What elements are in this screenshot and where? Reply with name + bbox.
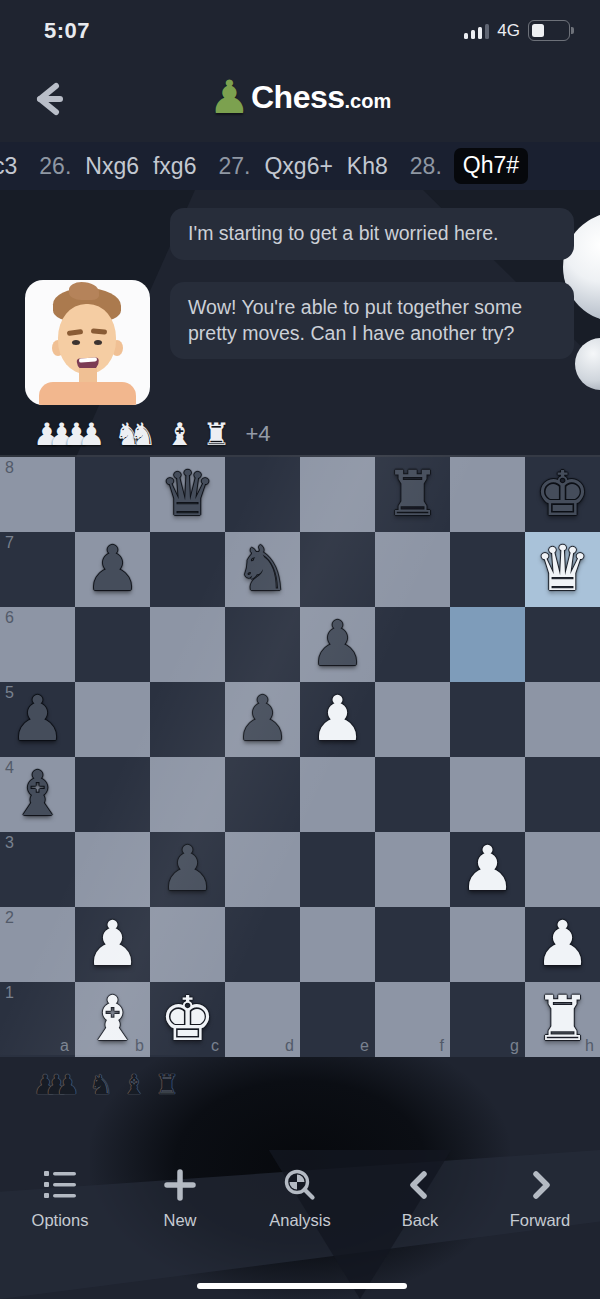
square-e7[interactable] <box>300 532 375 607</box>
chevron-right-icon <box>523 1168 557 1202</box>
file-label-a: a <box>60 1037 69 1055</box>
square-f7[interactable] <box>375 532 450 607</box>
square-f5[interactable] <box>375 682 450 757</box>
captured-knight-icon: ♞ <box>89 1068 113 1102</box>
square-e1[interactable]: e <box>300 982 375 1057</box>
square-e8[interactable] <box>300 457 375 532</box>
square-h7[interactable]: ♛ <box>525 532 600 607</box>
square-c1[interactable]: c♚ <box>150 982 225 1057</box>
square-c7[interactable] <box>150 532 225 607</box>
square-b6[interactable] <box>75 607 150 682</box>
move-number[interactable]: 26. <box>39 153 71 180</box>
square-h3[interactable] <box>525 832 600 907</box>
square-a6[interactable]: 6 <box>0 607 75 682</box>
square-d6[interactable] <box>225 607 300 682</box>
square-f4[interactable] <box>375 757 450 832</box>
chesscom-logo: ♟ Chess .com <box>0 68 600 126</box>
move-token[interactable]: Kh8 <box>347 153 388 180</box>
square-c8[interactable]: ♛ <box>150 457 225 532</box>
square-e5[interactable]: ♟ <box>300 682 375 757</box>
square-a1[interactable]: 1a <box>0 982 75 1057</box>
piece-white-pawn[interactable]: ♟ <box>300 682 375 757</box>
square-d3[interactable] <box>225 832 300 907</box>
captured-knight-icon: ♞ <box>129 416 157 452</box>
rank-label-5: 5 <box>5 684 14 702</box>
square-f2[interactable] <box>375 907 450 982</box>
move-list[interactable]: c326.Nxg6fxg627.Qxg6+Kh828.Qh7# <box>0 142 600 190</box>
forward-move-button[interactable]: Forward <box>480 1168 600 1230</box>
square-h4[interactable] <box>525 757 600 832</box>
square-a3[interactable]: 3 <box>0 832 75 907</box>
rank-label-8: 8 <box>5 459 14 477</box>
chat-message: Wow! You're able to put together some pr… <box>170 282 574 359</box>
file-label-c: c <box>211 1037 219 1055</box>
file-label-g: g <box>510 1037 519 1055</box>
square-g2[interactable] <box>450 907 525 982</box>
square-e2[interactable] <box>300 907 375 982</box>
piece-white-pawn[interactable]: ♟ <box>75 907 150 982</box>
square-h5[interactable] <box>525 682 600 757</box>
bottom-toolbar: Options New Analysis Back Forward <box>0 1168 600 1258</box>
square-d1[interactable]: d <box>225 982 300 1057</box>
back-move-button[interactable]: Back <box>360 1168 480 1230</box>
piece-white-pawn[interactable]: ♟ <box>525 907 600 982</box>
captured-rook-group: ♜ <box>155 1068 179 1102</box>
material-advantage: +4 <box>245 421 270 447</box>
square-d5[interactable]: ♟ <box>225 682 300 757</box>
captured-rook-icon: ♜ <box>203 416 231 452</box>
new-game-button[interactable]: New <box>120 1168 240 1230</box>
avatar-hair <box>69 282 99 300</box>
piece-black-rook[interactable]: ♜ <box>375 457 450 532</box>
captured-knight-group: ♞ <box>89 1068 113 1102</box>
piece-black-knight[interactable]: ♞ <box>225 532 300 607</box>
square-a7[interactable]: 7 <box>0 532 75 607</box>
square-b5[interactable] <box>75 682 150 757</box>
file-label-d: d <box>285 1037 294 1055</box>
piece-black-pawn[interactable]: ♟ <box>225 682 300 757</box>
square-g6[interactable] <box>450 607 525 682</box>
square-h8[interactable]: ♚ <box>525 457 600 532</box>
options-button[interactable]: Options <box>0 1168 120 1230</box>
square-c2[interactable] <box>150 907 225 982</box>
logo-tld-text: .com <box>345 90 392 113</box>
square-a8[interactable]: 8 <box>0 457 75 532</box>
square-g8[interactable] <box>450 457 525 532</box>
network-type-label: 4G <box>497 21 520 41</box>
piece-black-pawn[interactable]: ♟ <box>300 607 375 682</box>
captured-rook-icon: ♜ <box>155 1068 179 1102</box>
square-d8[interactable] <box>225 457 300 532</box>
captured-bishop-group: ♝ <box>122 1068 146 1102</box>
status-bar: 5:07 4G <box>0 0 600 60</box>
analysis-label: Analysis <box>269 1211 330 1230</box>
square-c4[interactable] <box>150 757 225 832</box>
captured-rook-group: ♜ <box>203 416 231 452</box>
home-indicator[interactable] <box>197 1283 407 1289</box>
square-g5[interactable] <box>450 682 525 757</box>
analysis-button[interactable]: Analysis <box>240 1168 360 1230</box>
square-d7[interactable]: ♞ <box>225 532 300 607</box>
square-b2[interactable]: ♟ <box>75 907 150 982</box>
square-g1[interactable]: g <box>450 982 525 1057</box>
logo-brand-text: Chess <box>251 79 345 116</box>
chess-board[interactable]: 8♛♜♚7♟♞♛6♟5♟♟♟4♝3♟♟2♟♟1ab♝c♚defgh♜ <box>0 455 600 1055</box>
new-label: New <box>163 1211 196 1230</box>
captured-bishop-group: ♝ <box>166 416 194 452</box>
current-move[interactable]: Qh7# <box>454 148 528 184</box>
rank-label-4: 4 <box>5 759 14 777</box>
captured-knight-group: ♞♞ <box>114 416 157 452</box>
file-label-e: e <box>360 1037 369 1055</box>
options-list-icon <box>41 1168 79 1202</box>
forward-label: Forward <box>510 1211 571 1230</box>
rank-label-1: 1 <box>5 984 14 1002</box>
captured-bishop-icon: ♝ <box>166 416 194 452</box>
square-f6[interactable] <box>375 607 450 682</box>
square-b1[interactable]: b♝ <box>75 982 150 1057</box>
square-b4[interactable] <box>75 757 150 832</box>
clock-time: 5:07 <box>44 18 90 44</box>
move-token[interactable]: c3 <box>0 153 17 180</box>
square-g4[interactable] <box>450 757 525 832</box>
move-token[interactable]: Qxg6+ <box>264 153 332 180</box>
signal-strength-icon <box>464 23 490 39</box>
rank-label-3: 3 <box>5 834 14 852</box>
square-d2[interactable] <box>225 907 300 982</box>
square-b8[interactable] <box>75 457 150 532</box>
file-label-f: f <box>440 1037 444 1055</box>
piece-black-king[interactable]: ♚ <box>525 457 600 532</box>
square-a5[interactable]: 5♟ <box>0 682 75 757</box>
captured-pieces-black: ♟♟♟♞♝♜ <box>33 1068 188 1102</box>
move-token[interactable]: fxg6 <box>153 153 196 180</box>
move-number[interactable]: 27. <box>218 153 250 180</box>
plus-icon <box>163 1168 197 1202</box>
file-label-h: h <box>585 1037 594 1055</box>
chevron-left-icon <box>403 1168 437 1202</box>
white-chess-piece-art <box>575 338 600 390</box>
piece-white-queen[interactable]: ♛ <box>525 532 600 607</box>
file-label-b: b <box>135 1037 144 1055</box>
square-g7[interactable] <box>450 532 525 607</box>
square-b3[interactable] <box>75 832 150 907</box>
piece-black-pawn[interactable]: ♟ <box>150 832 225 907</box>
square-f3[interactable] <box>375 832 450 907</box>
rank-label-7: 7 <box>5 534 14 552</box>
piece-white-pawn[interactable]: ♟ <box>450 832 525 907</box>
square-f8[interactable]: ♜ <box>375 457 450 532</box>
chat-message: I'm starting to get a bit worried here. <box>170 208 574 260</box>
move-token[interactable]: Nxg6 <box>85 153 139 180</box>
captured-pawn-group: ♟♟♟ <box>33 1068 80 1102</box>
piece-black-pawn[interactable]: ♟ <box>75 532 150 607</box>
back-label: Back <box>402 1211 439 1230</box>
square-a2[interactable]: 2 <box>0 907 75 982</box>
square-e4[interactable] <box>300 757 375 832</box>
square-h6[interactable] <box>525 607 600 682</box>
square-h1[interactable]: h♜ <box>525 982 600 1057</box>
square-c5[interactable] <box>150 682 225 757</box>
app-header: ♟ Chess .com <box>0 60 600 142</box>
square-h2[interactable]: ♟ <box>525 907 600 982</box>
captured-bishop-icon: ♝ <box>122 1068 146 1102</box>
square-e3[interactable] <box>300 832 375 907</box>
rank-label-6: 6 <box>5 609 14 627</box>
captured-pieces-white: ♟♟♟♟♞♞♝♜+4 <box>33 416 270 452</box>
square-f1[interactable]: f <box>375 982 450 1057</box>
avatar-shirt <box>39 382 136 405</box>
rank-label-2: 2 <box>5 909 14 927</box>
square-a4[interactable]: 4♝ <box>0 757 75 832</box>
move-number[interactable]: 28. <box>410 153 442 180</box>
captured-pawn-icon: ♟ <box>55 1068 79 1102</box>
square-b7[interactable]: ♟ <box>75 532 150 607</box>
battery-icon <box>528 20 570 41</box>
captured-pawn-icon: ♟ <box>77 416 105 452</box>
square-c6[interactable] <box>150 607 225 682</box>
analysis-magnifier-icon <box>282 1168 318 1202</box>
logo-pawn-icon: ♟ <box>209 68 250 126</box>
square-e6[interactable]: ♟ <box>300 607 375 682</box>
options-label: Options <box>32 1211 89 1230</box>
opponent-avatar[interactable] <box>25 280 150 405</box>
square-c3[interactable]: ♟ <box>150 832 225 907</box>
square-d4[interactable] <box>225 757 300 832</box>
piece-black-queen[interactable]: ♛ <box>150 457 225 532</box>
square-g3[interactable]: ♟ <box>450 832 525 907</box>
captured-pawn-group: ♟♟♟♟ <box>33 416 105 452</box>
